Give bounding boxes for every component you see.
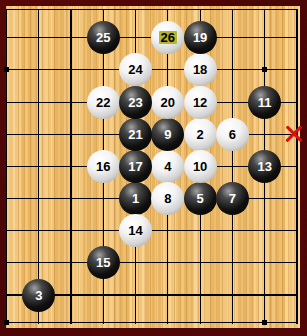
move-number: 12 [193,96,207,109]
move-number: 6 [229,128,236,141]
stone-white-18[interactable]: 18 [184,53,217,86]
stone-black-13[interactable]: 13 [248,150,281,183]
move-number: 13 [257,160,271,173]
stone-black-7[interactable]: 7 [216,182,249,215]
stone-black-21[interactable]: 21 [119,118,152,151]
move-number: 1 [132,192,139,205]
stone-white-6[interactable]: 6 [216,118,249,151]
stone-black-15[interactable]: 15 [87,246,120,279]
stone-black-9[interactable]: 9 [151,118,184,151]
stone-black-11[interactable]: 11 [248,86,281,119]
move-number: 19 [193,31,207,44]
stone-black-5[interactable]: 5 [184,182,217,215]
move-number: 5 [196,192,203,205]
move-number: 25 [96,31,110,44]
move-number: 23 [128,96,142,109]
grid-line [6,262,298,263]
move-number: 17 [128,160,142,173]
stone-black-1[interactable]: 1 [119,182,152,215]
star-point [4,67,9,72]
move-number: 10 [193,160,207,173]
red-x-mark [283,123,304,144]
move-number: 22 [96,96,110,109]
move-number: 4 [164,160,171,173]
move-number: 11 [258,96,272,109]
move-number: 18 [193,63,207,76]
stone-white-16[interactable]: 16 [87,150,120,183]
move-number: 14 [128,224,142,237]
move-number: 15 [96,256,110,269]
move-number: 2 [196,128,203,141]
move-number: 24 [128,63,142,76]
move-number: 16 [96,160,110,173]
stone-black-25[interactable]: 25 [87,21,120,54]
grid-line [6,322,298,324]
grid-line [6,9,298,11]
move-number: 3 [35,289,42,302]
stone-white-22[interactable]: 22 [87,86,120,119]
stone-black-23[interactable]: 23 [119,86,152,119]
last-move-number: 26 [159,31,177,44]
board-frame: 1234567891011121314151617181920212223242… [0,0,307,336]
stone-black-17[interactable]: 17 [119,150,152,183]
move-number: 20 [161,96,175,109]
move-number: 7 [229,192,236,205]
stone-white-12[interactable]: 12 [184,86,217,119]
stone-white-4[interactable]: 4 [151,150,184,183]
star-point [262,320,267,325]
stone-black-19[interactable]: 19 [184,21,217,54]
stone-white-10[interactable]: 10 [184,150,217,183]
move-number: 8 [164,192,171,205]
stone-white-20[interactable]: 20 [151,86,184,119]
move-number: 21 [128,128,142,141]
stone-white-2[interactable]: 2 [184,118,217,151]
star-point [262,67,267,72]
stone-black-3[interactable]: 3 [22,279,55,312]
star-point [4,320,9,325]
move-number: 9 [164,128,171,141]
